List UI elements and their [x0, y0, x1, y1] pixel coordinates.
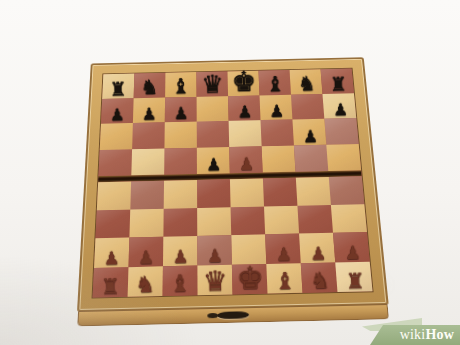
piece-white-pawn[interactable]: ♟ — [344, 244, 360, 262]
piece-black-rook[interactable]: ♜ — [109, 79, 127, 98]
square-c8[interactable]: ♝ — [165, 72, 196, 97]
board-tilt-wrapper: ♜♞♝♛♚♝♞♜♟♟♟♟♟♟♟♟♟ ♟♟♟♟♟♟♟♜♞♝♛♚♝♞♜ — [81, 33, 380, 332]
square-d1[interactable]: ♛ — [197, 264, 232, 295]
square-b3[interactable] — [129, 208, 163, 237]
square-b6[interactable] — [132, 122, 165, 149]
square-e5[interactable]: ♟ — [229, 146, 262, 173]
square-c7[interactable]: ♟ — [165, 96, 197, 122]
square-a2[interactable]: ♟ — [94, 237, 129, 267]
square-d7[interactable] — [197, 96, 229, 122]
piece-black-pawn[interactable]: ♟ — [269, 103, 284, 120]
piece-white-pawn[interactable]: ♟ — [206, 247, 222, 265]
square-b5[interactable] — [131, 148, 164, 175]
square-b7[interactable]: ♟ — [133, 97, 165, 123]
square-d8[interactable]: ♛ — [196, 71, 228, 96]
square-f3[interactable] — [264, 205, 299, 234]
square-d5[interactable]: ♟ — [197, 147, 230, 174]
piece-black-bishop[interactable]: ♝ — [171, 76, 190, 97]
piece-white-queen[interactable]: ♛ — [202, 267, 227, 295]
square-e4[interactable] — [230, 179, 264, 207]
piece-black-pawn[interactable]: ♟ — [237, 104, 252, 121]
square-a8[interactable]: ♜ — [102, 74, 134, 99]
square-d4[interactable] — [197, 179, 231, 207]
square-h6[interactable] — [324, 118, 358, 144]
chessboard-photo: ♜♞♝♛♚♝♞♜♟♟♟♟♟♟♟♟♟ ♟♟♟♟♟♟♟♜♞♝♛♚♝♞♜ wikiHo… — [0, 0, 460, 345]
square-h1[interactable]: ♜ — [335, 261, 372, 292]
square-c4[interactable] — [164, 180, 197, 208]
piece-black-pawn[interactable]: ♟ — [173, 105, 188, 122]
piece-white-pawn[interactable]: ♟ — [137, 248, 153, 266]
square-h5[interactable] — [326, 144, 361, 171]
board-clasp — [217, 311, 249, 319]
square-a3[interactable] — [95, 209, 130, 238]
piece-black-pawn[interactable]: ♟ — [205, 156, 221, 173]
square-b1[interactable]: ♞ — [128, 266, 163, 297]
square-d6[interactable] — [197, 121, 229, 148]
piece-white-bishop[interactable]: ♝ — [169, 272, 190, 296]
square-g6[interactable]: ♟ — [292, 119, 326, 145]
square-c1[interactable]: ♝ — [163, 265, 198, 296]
piece-white-rook[interactable]: ♜ — [100, 276, 119, 298]
square-f6[interactable] — [261, 119, 294, 145]
piece-black-pawn[interactable]: ♟ — [109, 107, 124, 124]
piece-black-pawn[interactable]: ♟ — [141, 106, 156, 123]
square-h4[interactable] — [329, 176, 365, 204]
square-g7[interactable] — [291, 94, 324, 120]
square-a1[interactable]: ♜ — [93, 267, 129, 298]
board-playfield: ♜♞♝♛♚♝♞♜♟♟♟♟♟♟♟♟♟ ♟♟♟♟♟♟♟♜♞♝♛♚♝♞♜ — [92, 68, 374, 299]
square-f1[interactable]: ♝ — [266, 263, 302, 294]
square-f7[interactable]: ♟ — [260, 94, 293, 120]
square-e1[interactable]: ♚ — [232, 264, 268, 295]
square-d3[interactable] — [197, 207, 231, 236]
piece-black-knight[interactable]: ♞ — [140, 77, 158, 97]
square-h7[interactable]: ♟ — [322, 93, 356, 119]
wikihow-watermark: wikiHow — [362, 317, 460, 345]
square-a4[interactable] — [97, 182, 131, 210]
square-e3[interactable] — [231, 206, 266, 235]
piece-white-pawn[interactable]: ♟ — [238, 156, 254, 173]
piece-white-knight[interactable]: ♞ — [310, 270, 330, 293]
piece-black-queen[interactable]: ♛ — [201, 71, 224, 96]
piece-black-bishop[interactable]: ♝ — [265, 74, 284, 95]
square-g2[interactable]: ♟ — [299, 233, 335, 263]
square-f4[interactable] — [263, 178, 298, 206]
square-b4[interactable] — [130, 181, 164, 209]
square-h8[interactable]: ♜ — [321, 69, 354, 94]
piece-white-pawn[interactable]: ♟ — [172, 248, 188, 266]
square-e7[interactable]: ♟ — [228, 95, 260, 121]
watermark-band: wikiHow — [368, 325, 460, 345]
square-a7[interactable]: ♟ — [101, 98, 134, 124]
piece-white-knight[interactable]: ♞ — [135, 274, 155, 297]
piece-white-pawn[interactable]: ♟ — [310, 244, 326, 262]
square-e6[interactable] — [229, 120, 262, 147]
square-g8[interactable]: ♞ — [290, 69, 323, 94]
square-g1[interactable]: ♞ — [301, 262, 338, 293]
square-h3[interactable] — [331, 204, 367, 233]
square-b8[interactable]: ♞ — [134, 73, 166, 98]
square-f5[interactable] — [262, 145, 296, 172]
piece-white-rook[interactable]: ♜ — [345, 270, 364, 292]
square-a5[interactable] — [98, 149, 132, 176]
square-d2[interactable]: ♟ — [197, 235, 232, 265]
square-f2[interactable]: ♟ — [265, 234, 301, 264]
piece-black-pawn[interactable]: ♟ — [333, 102, 348, 119]
square-a6[interactable] — [100, 123, 133, 150]
square-b2[interactable]: ♟ — [129, 237, 164, 267]
square-c6[interactable] — [164, 122, 196, 149]
folding-chessboard: ♜♞♝♛♚♝♞♜♟♟♟♟♟♟♟♟♟ ♟♟♟♟♟♟♟♜♞♝♛♚♝♞♜ — [76, 57, 390, 325]
square-g5[interactable] — [294, 144, 328, 171]
piece-white-pawn[interactable]: ♟ — [103, 249, 119, 267]
square-c5[interactable] — [164, 147, 197, 174]
square-g3[interactable] — [297, 205, 333, 234]
piece-black-rook[interactable]: ♜ — [329, 74, 347, 93]
square-h2[interactable]: ♟ — [333, 232, 370, 262]
board-top-half: ♜♞♝♛♚♝♞♜♟♟♟♟♟♟♟♟♟ — [98, 69, 361, 177]
piece-white-pawn[interactable]: ♟ — [275, 245, 291, 263]
piece-black-king[interactable]: ♚ — [231, 67, 256, 95]
square-g4[interactable] — [296, 177, 331, 205]
piece-black-pawn[interactable]: ♟ — [302, 128, 317, 145]
board-frame: ♜♞♝♛♚♝♞♜♟♟♟♟♟♟♟♟♟ ♟♟♟♟♟♟♟♜♞♝♛♚♝♞♜ — [77, 57, 389, 312]
square-e8[interactable]: ♚ — [227, 71, 259, 96]
piece-white-king[interactable]: ♚ — [236, 263, 264, 294]
piece-black-knight[interactable]: ♞ — [297, 74, 315, 94]
square-c3[interactable] — [163, 208, 197, 237]
watermark-how-text: How — [425, 327, 454, 343]
square-f8[interactable]: ♝ — [259, 70, 291, 95]
board-bottom-half: ♟♟♟♟♟♟♟♜♞♝♛♚♝♞♜ — [93, 176, 373, 297]
watermark-wiki-text: wiki — [400, 327, 426, 343]
square-c2[interactable]: ♟ — [163, 236, 197, 266]
piece-white-bishop[interactable]: ♝ — [274, 270, 295, 294]
